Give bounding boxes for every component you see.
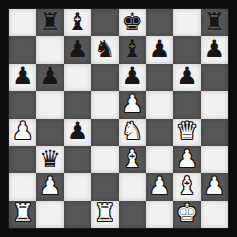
square-c6[interactable] xyxy=(64,64,91,91)
square-c8[interactable]: ♝ xyxy=(64,9,91,36)
square-f7[interactable]: ♟ xyxy=(146,36,173,63)
square-g7[interactable] xyxy=(173,36,200,63)
board-frame: ♜♝♚♜♟♞♝♟♟♟♟♟♟♟♟♟♞♛♛♝♟♟♟♝♟♜♜♚ xyxy=(0,0,237,237)
square-a6[interactable]: ♟ xyxy=(9,64,36,91)
square-b8[interactable]: ♜ xyxy=(36,9,63,36)
piece-black-pawn[interactable]: ♟ xyxy=(67,37,89,61)
square-a7[interactable] xyxy=(9,36,36,63)
square-h6[interactable] xyxy=(201,64,228,91)
piece-white-pawn[interactable]: ♟ xyxy=(204,174,226,198)
square-d2[interactable] xyxy=(91,173,118,200)
square-g3[interactable]: ♟ xyxy=(173,146,200,173)
square-f3[interactable] xyxy=(146,146,173,173)
square-g8[interactable] xyxy=(173,9,200,36)
piece-black-rook[interactable]: ♜ xyxy=(204,10,226,34)
square-a4[interactable]: ♟ xyxy=(9,119,36,146)
piece-black-pawn[interactable]: ♟ xyxy=(121,64,143,88)
square-e2[interactable] xyxy=(119,173,146,200)
chess-board: ♜♝♚♜♟♞♝♟♟♟♟♟♟♟♟♟♞♛♛♝♟♟♟♝♟♜♜♚ xyxy=(8,8,229,229)
square-c2[interactable] xyxy=(64,173,91,200)
square-c3[interactable] xyxy=(64,146,91,173)
square-f1[interactable] xyxy=(146,201,173,228)
square-h7[interactable]: ♟ xyxy=(201,36,228,63)
piece-black-rook[interactable]: ♜ xyxy=(39,10,61,34)
square-f5[interactable] xyxy=(146,91,173,118)
piece-white-queen[interactable]: ♛ xyxy=(176,119,198,143)
piece-white-knight[interactable]: ♞ xyxy=(121,119,143,143)
square-e6[interactable]: ♟ xyxy=(119,64,146,91)
square-e3[interactable]: ♝ xyxy=(119,146,146,173)
piece-white-king[interactable]: ♚ xyxy=(176,201,198,225)
square-d6[interactable] xyxy=(91,64,118,91)
square-b7[interactable] xyxy=(36,36,63,63)
square-e8[interactable]: ♚ xyxy=(119,9,146,36)
square-b3[interactable]: ♛ xyxy=(36,146,63,173)
square-b1[interactable] xyxy=(36,201,63,228)
square-b2[interactable]: ♟ xyxy=(36,173,63,200)
piece-white-rook[interactable]: ♜ xyxy=(12,201,34,225)
piece-white-pawn[interactable]: ♟ xyxy=(121,92,143,116)
piece-black-pawn[interactable]: ♟ xyxy=(176,64,198,88)
piece-white-bishop[interactable]: ♝ xyxy=(121,147,143,171)
square-g6[interactable]: ♟ xyxy=(173,64,200,91)
square-d4[interactable] xyxy=(91,119,118,146)
square-f8[interactable] xyxy=(146,9,173,36)
piece-white-rook[interactable]: ♜ xyxy=(94,201,116,225)
square-h3[interactable] xyxy=(201,146,228,173)
square-b6[interactable]: ♟ xyxy=(36,64,63,91)
square-d5[interactable] xyxy=(91,91,118,118)
square-h1[interactable] xyxy=(201,201,228,228)
piece-black-queen[interactable]: ♛ xyxy=(39,147,61,171)
piece-white-pawn[interactable]: ♟ xyxy=(149,174,171,198)
square-e7[interactable]: ♝ xyxy=(119,36,146,63)
square-e1[interactable] xyxy=(119,201,146,228)
piece-black-knight[interactable]: ♞ xyxy=(94,37,116,61)
square-f4[interactable] xyxy=(146,119,173,146)
square-a1[interactable]: ♜ xyxy=(9,201,36,228)
piece-black-pawn[interactable]: ♟ xyxy=(67,119,89,143)
square-h8[interactable]: ♜ xyxy=(201,9,228,36)
piece-white-pawn[interactable]: ♟ xyxy=(12,119,34,143)
piece-black-pawn[interactable]: ♟ xyxy=(149,37,171,61)
square-h5[interactable] xyxy=(201,91,228,118)
square-f6[interactable] xyxy=(146,64,173,91)
square-g1[interactable]: ♚ xyxy=(173,201,200,228)
square-b5[interactable] xyxy=(36,91,63,118)
piece-white-pawn[interactable]: ♟ xyxy=(176,147,198,171)
piece-black-pawn[interactable]: ♟ xyxy=(12,64,34,88)
square-c7[interactable]: ♟ xyxy=(64,36,91,63)
piece-black-bishop[interactable]: ♝ xyxy=(67,10,89,34)
square-g5[interactable] xyxy=(173,91,200,118)
square-h4[interactable] xyxy=(201,119,228,146)
square-g2[interactable]: ♝ xyxy=(173,173,200,200)
piece-black-pawn[interactable]: ♟ xyxy=(204,37,226,61)
square-a5[interactable] xyxy=(9,91,36,118)
square-a2[interactable] xyxy=(9,173,36,200)
square-h2[interactable]: ♟ xyxy=(201,173,228,200)
square-c4[interactable]: ♟ xyxy=(64,119,91,146)
square-c5[interactable] xyxy=(64,91,91,118)
piece-black-pawn[interactable]: ♟ xyxy=(39,64,61,88)
square-g4[interactable]: ♛ xyxy=(173,119,200,146)
square-a3[interactable] xyxy=(9,146,36,173)
square-f2[interactable]: ♟ xyxy=(146,173,173,200)
square-e5[interactable]: ♟ xyxy=(119,91,146,118)
piece-white-pawn[interactable]: ♟ xyxy=(39,174,61,198)
square-b4[interactable] xyxy=(36,119,63,146)
piece-black-king[interactable]: ♚ xyxy=(121,10,143,34)
square-d8[interactable] xyxy=(91,9,118,36)
square-c1[interactable] xyxy=(64,201,91,228)
square-d7[interactable]: ♞ xyxy=(91,36,118,63)
piece-black-bishop[interactable]: ♝ xyxy=(121,37,143,61)
piece-white-bishop[interactable]: ♝ xyxy=(176,174,198,198)
square-a8[interactable] xyxy=(9,9,36,36)
square-d3[interactable] xyxy=(91,146,118,173)
square-e4[interactable]: ♞ xyxy=(119,119,146,146)
square-d1[interactable]: ♜ xyxy=(91,201,118,228)
